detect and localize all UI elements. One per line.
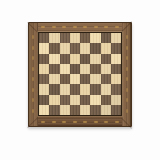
board-square xyxy=(60,33,70,43)
board-square xyxy=(60,54,70,64)
board-square xyxy=(70,105,80,115)
board-square xyxy=(60,64,70,74)
frame-coordinate-mark xyxy=(32,46,34,50)
board-square xyxy=(111,105,121,115)
frame-coordinate-mark xyxy=(73,26,77,28)
frame-coordinate-mark xyxy=(104,26,108,28)
frame-coordinate-mark xyxy=(73,121,77,123)
playing-field xyxy=(38,32,122,116)
board-square xyxy=(101,74,111,84)
board-square xyxy=(101,64,111,74)
frame-coordinate-mark xyxy=(62,26,66,28)
board-square xyxy=(70,64,80,74)
frame-coordinate-mark xyxy=(94,121,98,123)
board-square xyxy=(39,74,49,84)
board-square xyxy=(90,64,100,74)
board-square xyxy=(80,54,90,64)
frame-coordinate-mark xyxy=(126,109,128,113)
board-square xyxy=(90,43,100,53)
board-square xyxy=(39,43,49,53)
board-square xyxy=(70,84,80,94)
frame-coordinate-mark xyxy=(126,67,128,71)
frame-coordinate-mark xyxy=(32,109,34,113)
board-square xyxy=(39,105,49,115)
board-square xyxy=(49,84,59,94)
board-square xyxy=(70,43,80,53)
board-square xyxy=(101,105,111,115)
board-square xyxy=(70,95,80,105)
frame-coordinate-mark xyxy=(32,67,34,71)
frame-coordinate-mark xyxy=(126,98,128,102)
board-square xyxy=(111,84,121,94)
board-square xyxy=(111,64,121,74)
board-square xyxy=(60,95,70,105)
board-square xyxy=(49,33,59,43)
board-square xyxy=(39,64,49,74)
board-square xyxy=(101,43,111,53)
frame-coordinate-mark xyxy=(32,77,34,81)
board-square xyxy=(39,95,49,105)
board-square xyxy=(80,105,90,115)
board-square xyxy=(39,33,49,43)
frame-coordinate-mark xyxy=(94,26,98,28)
board-square xyxy=(49,105,59,115)
board-square xyxy=(60,84,70,94)
board-square xyxy=(49,43,59,53)
board-square xyxy=(80,95,90,105)
frame-coordinate-mark xyxy=(32,88,34,92)
board-square xyxy=(39,54,49,64)
board-square xyxy=(49,74,59,84)
board-square xyxy=(90,33,100,43)
photo-background xyxy=(0,0,160,160)
frame-coordinate-mark xyxy=(83,121,87,123)
frame-coordinate-mark xyxy=(83,26,87,28)
board-square xyxy=(49,95,59,105)
board-square xyxy=(60,74,70,84)
board-square xyxy=(80,74,90,84)
board-square xyxy=(111,43,121,53)
board-square xyxy=(70,74,80,84)
board-square xyxy=(49,54,59,64)
board-square xyxy=(90,74,100,84)
frame-coordinate-mark xyxy=(32,35,34,39)
board-square xyxy=(111,74,121,84)
frame-coordinate-mark xyxy=(41,121,45,123)
board-square xyxy=(90,105,100,115)
board-square xyxy=(101,84,111,94)
frame-coordinate-mark xyxy=(126,56,128,60)
board-square xyxy=(80,64,90,74)
board-square xyxy=(70,54,80,64)
board-square xyxy=(49,64,59,74)
board-grid xyxy=(39,33,121,115)
frame-coordinate-mark xyxy=(32,56,34,60)
frame-coordinate-mark xyxy=(104,121,108,123)
frame-coordinate-mark xyxy=(52,26,56,28)
frame-coordinate-mark xyxy=(115,121,119,123)
frame-coordinate-mark xyxy=(126,77,128,81)
board-square xyxy=(80,43,90,53)
board-square xyxy=(101,33,111,43)
board-square xyxy=(80,33,90,43)
board-square xyxy=(111,54,121,64)
frame-coordinate-mark xyxy=(126,46,128,50)
board-square xyxy=(90,54,100,64)
frame-coordinate-mark xyxy=(126,88,128,92)
board-square xyxy=(111,33,121,43)
board-square xyxy=(101,54,111,64)
board-square xyxy=(111,95,121,105)
frame-coordinate-mark xyxy=(41,26,45,28)
board-square xyxy=(39,84,49,94)
frame-coordinate-mark xyxy=(62,121,66,123)
board-square xyxy=(60,43,70,53)
board-square xyxy=(90,95,100,105)
board-square xyxy=(70,33,80,43)
frame-coordinate-mark xyxy=(115,26,119,28)
frame-coordinate-mark xyxy=(32,98,34,102)
chess-board xyxy=(28,22,132,127)
board-square xyxy=(90,84,100,94)
frame-coordinate-mark xyxy=(52,121,56,123)
board-square xyxy=(80,84,90,94)
board-square xyxy=(60,105,70,115)
frame-coordinate-mark xyxy=(126,35,128,39)
board-square xyxy=(101,95,111,105)
